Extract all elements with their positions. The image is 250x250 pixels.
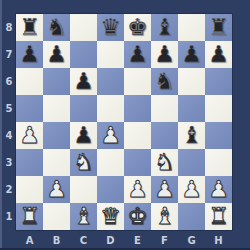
rank-label-7: 7: [2, 41, 16, 68]
piece-white-pawn[interactable]: ♟: [178, 176, 205, 203]
square-d6[interactable]: [97, 68, 124, 95]
square-c2[interactable]: [70, 176, 97, 203]
rank-label-8: 8: [2, 14, 16, 41]
piece-black-pawn[interactable]: ♟: [43, 41, 70, 68]
square-a4[interactable]: ♟: [16, 122, 43, 149]
rank-label-3: 3: [2, 149, 16, 176]
square-a8[interactable]: ♜: [16, 14, 43, 41]
square-a2[interactable]: [16, 176, 43, 203]
piece-black-pawn[interactable]: ♟: [151, 41, 178, 68]
square-h8[interactable]: ♜: [205, 14, 232, 41]
square-b8[interactable]: ♞: [43, 14, 70, 41]
file-labels: ABCDEFGH: [16, 231, 232, 249]
file-label-g: G: [178, 231, 205, 249]
square-f2[interactable]: ♟: [151, 176, 178, 203]
square-b1[interactable]: [43, 203, 70, 230]
rank-labels: 87654321: [2, 14, 16, 230]
square-g1[interactable]: [178, 203, 205, 230]
piece-white-pawn[interactable]: ♟: [16, 122, 43, 149]
square-d7[interactable]: [97, 41, 124, 68]
square-f4[interactable]: [151, 122, 178, 149]
piece-black-knight[interactable]: ♞: [43, 14, 70, 41]
square-a6[interactable]: [16, 68, 43, 95]
file-label-f: F: [151, 231, 178, 249]
square-b6[interactable]: [43, 68, 70, 95]
square-e3[interactable]: [124, 149, 151, 176]
square-d8[interactable]: ♛: [97, 14, 124, 41]
square-g2[interactable]: ♟: [178, 176, 205, 203]
square-g3[interactable]: [178, 149, 205, 176]
piece-white-pawn[interactable]: ♟: [97, 122, 124, 149]
piece-black-pawn[interactable]: ♟: [178, 41, 205, 68]
piece-black-pawn[interactable]: ♟: [70, 68, 97, 95]
piece-white-pawn[interactable]: ♟: [43, 176, 70, 203]
piece-white-pawn[interactable]: ♟: [151, 176, 178, 203]
square-h2[interactable]: ♟: [205, 176, 232, 203]
square-f1[interactable]: ♝: [151, 203, 178, 230]
square-c4[interactable]: ♟: [70, 122, 97, 149]
square-d4[interactable]: ♟: [97, 122, 124, 149]
square-h5[interactable]: [205, 95, 232, 122]
piece-black-pawn[interactable]: ♟: [16, 41, 43, 68]
square-c6[interactable]: ♟: [70, 68, 97, 95]
file-label-e: E: [124, 231, 151, 249]
chess-board: ♜♞♛♚♝♜♟♟♟♟♟♟♟♞♟♟♟♝♞♞♟♟♟♟♟♜♝♛♚♝♜: [16, 14, 232, 230]
rank-label-6: 6: [2, 68, 16, 95]
square-f8[interactable]: ♝: [151, 14, 178, 41]
square-c5[interactable]: [70, 95, 97, 122]
square-e2[interactable]: ♟: [124, 176, 151, 203]
piece-white-knight[interactable]: ♞: [151, 149, 178, 176]
square-h6[interactable]: [205, 68, 232, 95]
file-label-a: A: [16, 231, 43, 249]
square-a5[interactable]: [16, 95, 43, 122]
square-a1[interactable]: ♜: [16, 203, 43, 230]
square-g7[interactable]: ♟: [178, 41, 205, 68]
piece-black-queen[interactable]: ♛: [97, 14, 124, 41]
piece-black-rook[interactable]: ♜: [16, 14, 43, 41]
rank-label-1: 1: [2, 203, 16, 230]
square-g4[interactable]: ♝: [178, 122, 205, 149]
piece-white-bishop[interactable]: ♝: [70, 203, 97, 230]
square-b2[interactable]: ♟: [43, 176, 70, 203]
file-label-c: C: [70, 231, 97, 249]
file-label-b: B: [43, 231, 70, 249]
square-f3[interactable]: ♞: [151, 149, 178, 176]
square-d1[interactable]: ♛: [97, 203, 124, 230]
rank-label-4: 4: [2, 122, 16, 149]
piece-white-queen[interactable]: ♛: [97, 203, 124, 230]
square-f5[interactable]: [151, 95, 178, 122]
square-e8[interactable]: ♚: [124, 14, 151, 41]
square-c1[interactable]: ♝: [70, 203, 97, 230]
square-e6[interactable]: [124, 68, 151, 95]
piece-white-pawn[interactable]: ♟: [124, 176, 151, 203]
square-e4[interactable]: [124, 122, 151, 149]
square-f6[interactable]: ♞: [151, 68, 178, 95]
piece-white-rook[interactable]: ♜: [205, 203, 232, 230]
square-h4[interactable]: [205, 122, 232, 149]
square-b4[interactable]: [43, 122, 70, 149]
file-label-h: H: [205, 231, 232, 249]
square-c8[interactable]: [70, 14, 97, 41]
square-b3[interactable]: [43, 149, 70, 176]
square-a3[interactable]: [16, 149, 43, 176]
square-b5[interactable]: [43, 95, 70, 122]
piece-black-rook[interactable]: ♜: [205, 14, 232, 41]
square-c3[interactable]: ♞: [70, 149, 97, 176]
square-e1[interactable]: ♚: [124, 203, 151, 230]
piece-black-knight[interactable]: ♞: [151, 68, 178, 95]
square-f7[interactable]: ♟: [151, 41, 178, 68]
piece-white-pawn[interactable]: ♟: [205, 176, 232, 203]
square-e7[interactable]: ♟: [124, 41, 151, 68]
square-a7[interactable]: ♟: [16, 41, 43, 68]
square-g8[interactable]: [178, 14, 205, 41]
rank-label-5: 5: [2, 95, 16, 122]
piece-white-knight[interactable]: ♞: [70, 149, 97, 176]
rank-label-2: 2: [2, 176, 16, 203]
piece-black-bishop[interactable]: ♝: [151, 14, 178, 41]
piece-white-rook[interactable]: ♜: [16, 203, 43, 230]
piece-white-king[interactable]: ♚: [124, 203, 151, 230]
square-g5[interactable]: [178, 95, 205, 122]
piece-black-pawn[interactable]: ♟: [124, 41, 151, 68]
square-d2[interactable]: [97, 176, 124, 203]
square-e5[interactable]: [124, 95, 151, 122]
square-d5[interactable]: [97, 95, 124, 122]
square-b7[interactable]: ♟: [43, 41, 70, 68]
chess-diagram: 87654321 ♜♞♛♚♝♜♟♟♟♟♟♟♟♞♟♟♟♝♞♞♟♟♟♟♟♜♝♛♚♝♜…: [0, 0, 250, 250]
piece-black-pawn[interactable]: ♟: [205, 41, 232, 68]
piece-black-bishop[interactable]: ♝: [178, 122, 205, 149]
square-d3[interactable]: [97, 149, 124, 176]
square-c7[interactable]: [70, 41, 97, 68]
piece-black-pawn[interactable]: ♟: [70, 122, 97, 149]
square-h1[interactable]: ♜: [205, 203, 232, 230]
square-h7[interactable]: ♟: [205, 41, 232, 68]
piece-black-king[interactable]: ♚: [124, 14, 151, 41]
square-h3[interactable]: [205, 149, 232, 176]
square-g6[interactable]: [178, 68, 205, 95]
file-label-d: D: [97, 231, 124, 249]
piece-white-bishop[interactable]: ♝: [151, 203, 178, 230]
